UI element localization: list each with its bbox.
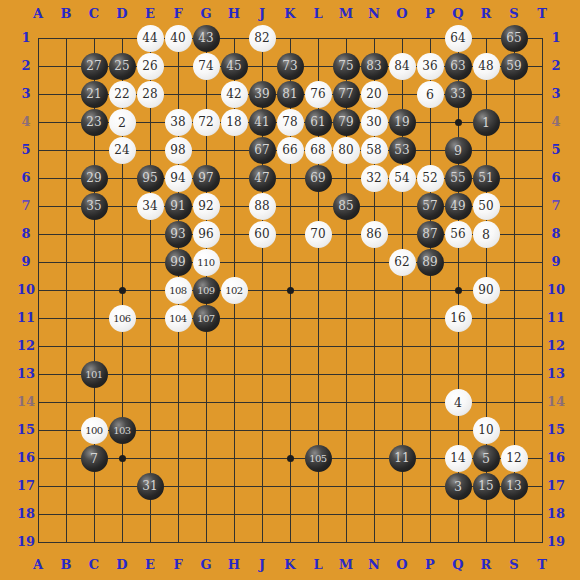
- intersection[interactable]: 19: [388, 108, 416, 136]
- intersection[interactable]: 7: [80, 444, 108, 472]
- intersection[interactable]: [444, 332, 472, 360]
- intersection[interactable]: [24, 220, 52, 248]
- intersection[interactable]: 12: [500, 444, 528, 472]
- intersection[interactable]: [528, 136, 556, 164]
- intersection[interactable]: [388, 220, 416, 248]
- intersection[interactable]: [528, 108, 556, 136]
- intersection[interactable]: [332, 248, 360, 276]
- intersection[interactable]: [192, 500, 220, 528]
- intersection[interactable]: [528, 192, 556, 220]
- intersection[interactable]: [332, 332, 360, 360]
- intersection[interactable]: [528, 388, 556, 416]
- intersection[interactable]: [248, 528, 276, 556]
- intersection[interactable]: 59: [500, 52, 528, 80]
- intersection[interactable]: [220, 444, 248, 472]
- intersection[interactable]: [528, 164, 556, 192]
- intersection[interactable]: [108, 388, 136, 416]
- intersection[interactable]: [332, 472, 360, 500]
- intersection[interactable]: [388, 80, 416, 108]
- intersection[interactable]: [108, 164, 136, 192]
- intersection[interactable]: [52, 472, 80, 500]
- intersection[interactable]: [192, 416, 220, 444]
- intersection[interactable]: 40: [164, 24, 192, 52]
- intersection[interactable]: [52, 164, 80, 192]
- intersection[interactable]: [52, 108, 80, 136]
- intersection[interactable]: 103: [108, 416, 136, 444]
- intersection[interactable]: [276, 220, 304, 248]
- intersection[interactable]: 21: [80, 80, 108, 108]
- intersection[interactable]: 26: [136, 52, 164, 80]
- intersection[interactable]: [248, 472, 276, 500]
- intersection[interactable]: [500, 136, 528, 164]
- intersection[interactable]: [164, 416, 192, 444]
- intersection[interactable]: 58: [360, 136, 388, 164]
- intersection[interactable]: [108, 472, 136, 500]
- intersection[interactable]: [276, 332, 304, 360]
- intersection[interactable]: [108, 192, 136, 220]
- intersection[interactable]: 22: [108, 80, 136, 108]
- intersection[interactable]: 16: [444, 304, 472, 332]
- intersection[interactable]: 13: [500, 472, 528, 500]
- intersection[interactable]: [332, 500, 360, 528]
- intersection[interactable]: 104: [164, 304, 192, 332]
- intersection[interactable]: [248, 444, 276, 472]
- intersection[interactable]: [528, 220, 556, 248]
- intersection[interactable]: [108, 332, 136, 360]
- intersection[interactable]: [276, 248, 304, 276]
- intersection[interactable]: 93: [164, 220, 192, 248]
- intersection[interactable]: [332, 528, 360, 556]
- intersection[interactable]: [444, 108, 472, 136]
- intersection[interactable]: [108, 528, 136, 556]
- intersection[interactable]: [164, 500, 192, 528]
- intersection[interactable]: [528, 52, 556, 80]
- intersection[interactable]: [136, 500, 164, 528]
- intersection[interactable]: [444, 500, 472, 528]
- intersection[interactable]: [52, 192, 80, 220]
- intersection[interactable]: 30: [360, 108, 388, 136]
- intersection[interactable]: [248, 416, 276, 444]
- intersection[interactable]: [416, 444, 444, 472]
- intersection[interactable]: [24, 388, 52, 416]
- intersection[interactable]: 86: [360, 220, 388, 248]
- intersection[interactable]: 85: [332, 192, 360, 220]
- intersection[interactable]: [416, 528, 444, 556]
- intersection[interactable]: 44: [136, 24, 164, 52]
- intersection[interactable]: [388, 332, 416, 360]
- intersection[interactable]: [304, 276, 332, 304]
- intersection[interactable]: 64: [444, 24, 472, 52]
- intersection[interactable]: 20: [360, 80, 388, 108]
- intersection[interactable]: [388, 528, 416, 556]
- intersection[interactable]: [52, 276, 80, 304]
- intersection[interactable]: [52, 136, 80, 164]
- intersection[interactable]: [472, 360, 500, 388]
- intersection[interactable]: [52, 388, 80, 416]
- intersection[interactable]: 92: [192, 192, 220, 220]
- intersection[interactable]: [164, 444, 192, 472]
- intersection[interactable]: [332, 360, 360, 388]
- intersection[interactable]: 9: [444, 136, 472, 164]
- intersection[interactable]: 68: [304, 136, 332, 164]
- intersection[interactable]: [472, 388, 500, 416]
- intersection[interactable]: [500, 388, 528, 416]
- intersection[interactable]: 75: [332, 52, 360, 80]
- intersection[interactable]: 10: [472, 416, 500, 444]
- intersection[interactable]: [164, 360, 192, 388]
- intersection[interactable]: 1: [472, 108, 500, 136]
- intersection[interactable]: [472, 332, 500, 360]
- intersection[interactable]: [416, 332, 444, 360]
- intersection[interactable]: [136, 444, 164, 472]
- intersection[interactable]: [52, 248, 80, 276]
- intersection[interactable]: 65: [500, 24, 528, 52]
- intersection[interactable]: [416, 24, 444, 52]
- intersection[interactable]: [220, 332, 248, 360]
- intersection[interactable]: [388, 472, 416, 500]
- intersection[interactable]: [136, 416, 164, 444]
- intersection[interactable]: 52: [416, 164, 444, 192]
- intersection[interactable]: [360, 416, 388, 444]
- intersection[interactable]: 32: [360, 164, 388, 192]
- intersection[interactable]: [220, 24, 248, 52]
- intersection[interactable]: [500, 276, 528, 304]
- intersection[interactable]: [24, 52, 52, 80]
- intersection[interactable]: [220, 220, 248, 248]
- intersection[interactable]: 66: [276, 136, 304, 164]
- intersection[interactable]: 78: [276, 108, 304, 136]
- intersection[interactable]: 23: [80, 108, 108, 136]
- intersection[interactable]: [332, 388, 360, 416]
- intersection[interactable]: 35: [80, 192, 108, 220]
- intersection[interactable]: [164, 52, 192, 80]
- intersection[interactable]: 60: [248, 220, 276, 248]
- intersection[interactable]: [248, 248, 276, 276]
- intersection[interactable]: [164, 528, 192, 556]
- intersection[interactable]: 96: [192, 220, 220, 248]
- intersection[interactable]: 43: [192, 24, 220, 52]
- intersection[interactable]: [24, 304, 52, 332]
- intersection[interactable]: [136, 388, 164, 416]
- intersection[interactable]: [24, 108, 52, 136]
- intersection[interactable]: [360, 192, 388, 220]
- intersection[interactable]: 38: [164, 108, 192, 136]
- intersection[interactable]: [276, 360, 304, 388]
- intersection[interactable]: 101: [80, 360, 108, 388]
- intersection[interactable]: [192, 388, 220, 416]
- intersection[interactable]: [528, 416, 556, 444]
- intersection[interactable]: [416, 136, 444, 164]
- intersection[interactable]: [332, 220, 360, 248]
- intersection[interactable]: 24: [108, 136, 136, 164]
- intersection[interactable]: 51: [472, 164, 500, 192]
- intersection[interactable]: [332, 416, 360, 444]
- intersection[interactable]: 94: [164, 164, 192, 192]
- intersection[interactable]: [248, 52, 276, 80]
- intersection[interactable]: [444, 276, 472, 304]
- intersection[interactable]: [24, 192, 52, 220]
- intersection[interactable]: [332, 304, 360, 332]
- intersection[interactable]: [80, 220, 108, 248]
- intersection[interactable]: [80, 304, 108, 332]
- intersection[interactable]: [276, 304, 304, 332]
- intersection[interactable]: [304, 388, 332, 416]
- intersection[interactable]: 110: [192, 248, 220, 276]
- intersection[interactable]: 82: [248, 24, 276, 52]
- intersection[interactable]: [136, 304, 164, 332]
- intersection[interactable]: [52, 24, 80, 52]
- intersection[interactable]: [192, 444, 220, 472]
- intersection[interactable]: [192, 360, 220, 388]
- intersection[interactable]: [500, 304, 528, 332]
- intersection[interactable]: [80, 472, 108, 500]
- intersection[interactable]: [108, 444, 136, 472]
- intersection[interactable]: 33: [444, 80, 472, 108]
- intersection[interactable]: [220, 416, 248, 444]
- intersection[interactable]: [276, 276, 304, 304]
- intersection[interactable]: [388, 24, 416, 52]
- intersection[interactable]: 83: [360, 52, 388, 80]
- intersection[interactable]: 91: [164, 192, 192, 220]
- intersection[interactable]: [80, 528, 108, 556]
- intersection[interactable]: [360, 500, 388, 528]
- intersection[interactable]: [220, 388, 248, 416]
- intersection[interactable]: [360, 332, 388, 360]
- intersection[interactable]: [108, 248, 136, 276]
- intersection[interactable]: 18: [220, 108, 248, 136]
- intersection[interactable]: [416, 304, 444, 332]
- intersection[interactable]: [220, 500, 248, 528]
- intersection[interactable]: 97: [192, 164, 220, 192]
- intersection[interactable]: [24, 248, 52, 276]
- intersection[interactable]: [52, 360, 80, 388]
- intersection[interactable]: [108, 276, 136, 304]
- intersection[interactable]: [164, 388, 192, 416]
- intersection[interactable]: [500, 220, 528, 248]
- intersection[interactable]: [24, 416, 52, 444]
- intersection[interactable]: 72: [192, 108, 220, 136]
- intersection[interactable]: [332, 24, 360, 52]
- intersection[interactable]: 62: [388, 248, 416, 276]
- intersection[interactable]: [24, 332, 52, 360]
- intersection[interactable]: [136, 276, 164, 304]
- intersection[interactable]: [192, 136, 220, 164]
- intersection[interactable]: [332, 276, 360, 304]
- intersection[interactable]: [500, 416, 528, 444]
- intersection[interactable]: [52, 528, 80, 556]
- intersection[interactable]: [24, 444, 52, 472]
- intersection[interactable]: [276, 472, 304, 500]
- intersection[interactable]: 28: [136, 80, 164, 108]
- intersection[interactable]: 55: [444, 164, 472, 192]
- intersection[interactable]: [472, 304, 500, 332]
- intersection[interactable]: [500, 248, 528, 276]
- intersection[interactable]: 15: [472, 472, 500, 500]
- intersection[interactable]: [360, 304, 388, 332]
- intersection[interactable]: [276, 192, 304, 220]
- intersection[interactable]: [24, 360, 52, 388]
- intersection[interactable]: 107: [192, 304, 220, 332]
- intersection[interactable]: 108: [164, 276, 192, 304]
- intersection[interactable]: [136, 528, 164, 556]
- intersection[interactable]: [80, 500, 108, 528]
- intersection[interactable]: [388, 360, 416, 388]
- intersection[interactable]: [528, 444, 556, 472]
- intersection[interactable]: [444, 360, 472, 388]
- intersection[interactable]: [164, 80, 192, 108]
- intersection[interactable]: 53: [388, 136, 416, 164]
- intersection[interactable]: [220, 304, 248, 332]
- intersection[interactable]: [360, 248, 388, 276]
- intersection[interactable]: [108, 24, 136, 52]
- intersection[interactable]: [24, 528, 52, 556]
- intersection[interactable]: [500, 360, 528, 388]
- intersection[interactable]: [80, 24, 108, 52]
- intersection[interactable]: [108, 220, 136, 248]
- intersection[interactable]: [360, 24, 388, 52]
- intersection[interactable]: 106: [108, 304, 136, 332]
- intersection[interactable]: [276, 500, 304, 528]
- intersection[interactable]: [304, 332, 332, 360]
- intersection[interactable]: [24, 164, 52, 192]
- intersection[interactable]: [304, 192, 332, 220]
- intersection[interactable]: [80, 136, 108, 164]
- intersection[interactable]: 87: [416, 220, 444, 248]
- intersection[interactable]: [332, 164, 360, 192]
- intersection[interactable]: [304, 360, 332, 388]
- intersection[interactable]: 100: [80, 416, 108, 444]
- intersection[interactable]: [472, 80, 500, 108]
- intersection[interactable]: [192, 332, 220, 360]
- intersection[interactable]: 74: [192, 52, 220, 80]
- intersection[interactable]: 63: [444, 52, 472, 80]
- intersection[interactable]: 80: [332, 136, 360, 164]
- intersection[interactable]: [136, 332, 164, 360]
- intersection[interactable]: 34: [136, 192, 164, 220]
- intersection[interactable]: [416, 360, 444, 388]
- intersection[interactable]: [388, 500, 416, 528]
- intersection[interactable]: [360, 444, 388, 472]
- intersection[interactable]: 39: [248, 80, 276, 108]
- intersection[interactable]: [472, 248, 500, 276]
- intersection[interactable]: 31: [136, 472, 164, 500]
- intersection[interactable]: [388, 304, 416, 332]
- intersection[interactable]: [360, 276, 388, 304]
- intersection[interactable]: [500, 108, 528, 136]
- intersection[interactable]: [52, 52, 80, 80]
- intersection[interactable]: 88: [248, 192, 276, 220]
- intersection[interactable]: [528, 360, 556, 388]
- intersection[interactable]: [500, 164, 528, 192]
- intersection[interactable]: [24, 80, 52, 108]
- intersection[interactable]: [388, 192, 416, 220]
- intersection[interactable]: [388, 276, 416, 304]
- intersection[interactable]: [416, 388, 444, 416]
- intersection[interactable]: [472, 136, 500, 164]
- intersection[interactable]: [528, 248, 556, 276]
- intersection[interactable]: [276, 388, 304, 416]
- intersection[interactable]: [444, 416, 472, 444]
- intersection[interactable]: 76: [304, 80, 332, 108]
- intersection[interactable]: [248, 304, 276, 332]
- intersection[interactable]: 27: [80, 52, 108, 80]
- intersection[interactable]: [304, 248, 332, 276]
- intersection[interactable]: [220, 136, 248, 164]
- intersection[interactable]: [416, 276, 444, 304]
- intersection[interactable]: 99: [164, 248, 192, 276]
- intersection[interactable]: [52, 444, 80, 472]
- intersection[interactable]: [248, 276, 276, 304]
- intersection[interactable]: 73: [276, 52, 304, 80]
- intersection[interactable]: 84: [388, 52, 416, 80]
- intersection[interactable]: 105: [304, 444, 332, 472]
- intersection[interactable]: [360, 528, 388, 556]
- intersection[interactable]: [500, 192, 528, 220]
- intersection[interactable]: 95: [136, 164, 164, 192]
- intersection[interactable]: [360, 360, 388, 388]
- intersection[interactable]: [304, 416, 332, 444]
- intersection[interactable]: [52, 220, 80, 248]
- intersection[interactable]: [304, 472, 332, 500]
- intersection[interactable]: 79: [332, 108, 360, 136]
- intersection[interactable]: 8: [472, 220, 500, 248]
- intersection[interactable]: 102: [220, 276, 248, 304]
- intersection[interactable]: [472, 500, 500, 528]
- intersection[interactable]: [52, 332, 80, 360]
- intersection[interactable]: [528, 528, 556, 556]
- intersection[interactable]: [528, 500, 556, 528]
- intersection[interactable]: [80, 276, 108, 304]
- intersection[interactable]: [388, 416, 416, 444]
- intersection[interactable]: [304, 528, 332, 556]
- intersection[interactable]: [80, 332, 108, 360]
- intersection[interactable]: [220, 164, 248, 192]
- intersection[interactable]: [304, 304, 332, 332]
- intersection[interactable]: 109: [192, 276, 220, 304]
- intersection[interactable]: 48: [472, 52, 500, 80]
- intersection[interactable]: 36: [416, 52, 444, 80]
- intersection[interactable]: [528, 24, 556, 52]
- intersection[interactable]: [52, 80, 80, 108]
- intersection[interactable]: 41: [248, 108, 276, 136]
- intersection[interactable]: 4: [444, 388, 472, 416]
- intersection[interactable]: [136, 248, 164, 276]
- intersection[interactable]: [500, 332, 528, 360]
- intersection[interactable]: [304, 52, 332, 80]
- intersection[interactable]: [192, 472, 220, 500]
- intersection[interactable]: [304, 24, 332, 52]
- intersection[interactable]: [276, 24, 304, 52]
- intersection[interactable]: 90: [472, 276, 500, 304]
- intersection[interactable]: [500, 80, 528, 108]
- intersection[interactable]: [528, 276, 556, 304]
- intersection[interactable]: [220, 248, 248, 276]
- intersection[interactable]: [416, 472, 444, 500]
- intersection[interactable]: 57: [416, 192, 444, 220]
- intersection[interactable]: [24, 24, 52, 52]
- intersection[interactable]: 14: [444, 444, 472, 472]
- intersection[interactable]: 61: [304, 108, 332, 136]
- intersection[interactable]: [24, 500, 52, 528]
- intersection[interactable]: [276, 444, 304, 472]
- intersection[interactable]: [528, 332, 556, 360]
- intersection[interactable]: 56: [444, 220, 472, 248]
- intersection[interactable]: [136, 108, 164, 136]
- intersection[interactable]: 3: [444, 472, 472, 500]
- intersection[interactable]: [136, 360, 164, 388]
- intersection[interactable]: [248, 500, 276, 528]
- intersection[interactable]: [192, 80, 220, 108]
